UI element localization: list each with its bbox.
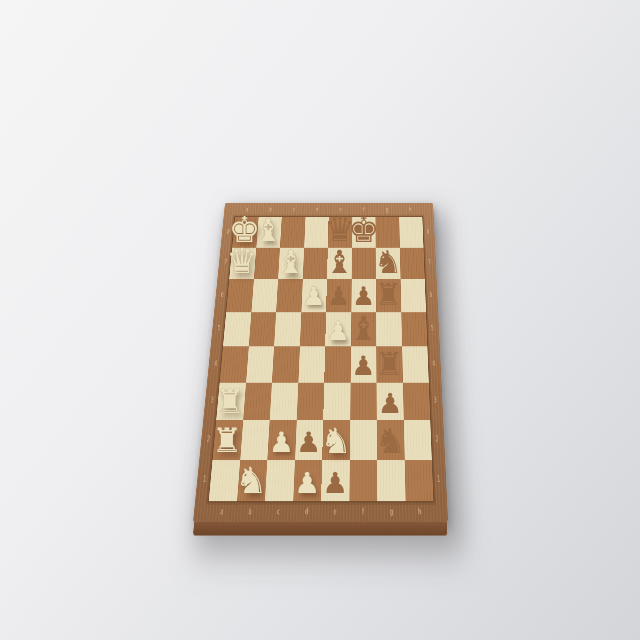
piece-bB-r2c5[interactable]: ♝ (325, 246, 354, 278)
board-side-edge (193, 522, 447, 536)
square-r5c8[interactable] (402, 346, 429, 382)
square-r5c1[interactable] (220, 346, 249, 382)
square-r3c1[interactable] (226, 279, 253, 312)
square-r8c7[interactable] (377, 460, 405, 502)
square-r7c6[interactable] (350, 420, 377, 460)
piece-bB-r4c6[interactable]: ♝ (348, 312, 378, 346)
studio-background: aabbccddeeffgghh8877665544332211 ♚♝♛♚♛♝♝… (0, 0, 640, 640)
piece-bP-r7c4[interactable]: ♟ (296, 429, 321, 457)
piece-bP-r5c6[interactable]: ♟ (351, 353, 375, 380)
piece-wR-r7c1[interactable]: ♜ (212, 424, 242, 458)
square-r6c4[interactable] (296, 382, 324, 420)
piece-wP-r3c4[interactable]: ♟ (302, 284, 325, 310)
piece-bR-r5c7[interactable]: ♜ (375, 349, 404, 381)
square-r2c8[interactable] (400, 247, 425, 279)
square-r3c2[interactable] (251, 279, 278, 312)
square-r4c3[interactable] (274, 312, 301, 346)
piece-wP-r8c4[interactable]: ♟ (294, 469, 320, 498)
piece-wB-r1c2[interactable]: ♝ (254, 215, 282, 247)
square-r8c3[interactable] (265, 460, 295, 502)
square-r5c3[interactable] (272, 346, 300, 382)
piece-bK-r1c6[interactable]: ♚ (348, 212, 380, 247)
square-r3c8[interactable] (400, 279, 426, 312)
square-r4c1[interactable] (223, 312, 251, 346)
piece-bP-r6c7[interactable]: ♟ (378, 390, 403, 418)
piece-wN-r8c2[interactable]: ♞ (235, 463, 267, 499)
square-r6c3[interactable] (270, 382, 298, 420)
piece-wP-r7c3[interactable]: ♟ (269, 429, 294, 457)
square-r5c2[interactable] (246, 346, 274, 382)
square-r6c6[interactable] (350, 382, 377, 420)
piece-wB-r2c3[interactable]: ♝ (276, 246, 305, 278)
piece-wR-r6c1[interactable]: ♜ (215, 385, 244, 418)
square-r5c5[interactable] (324, 346, 351, 382)
square-r4c8[interactable] (401, 312, 427, 346)
piece-wP-r4c5[interactable]: ♟ (326, 318, 350, 344)
square-r3c3[interactable] (276, 279, 302, 312)
square-r1c8[interactable] (399, 217, 424, 247)
square-r8c6[interactable] (349, 460, 377, 502)
piece-bN-r2c7[interactable]: ♞ (374, 247, 402, 279)
piece-wQ-r2c1[interactable]: ♛ (226, 244, 257, 279)
square-r8c8[interactable] (404, 460, 433, 502)
square-r7c2[interactable] (240, 420, 270, 460)
piece-bP-r8c5[interactable]: ♟ (322, 469, 348, 498)
square-r7c8[interactable] (404, 420, 432, 460)
square-r4c7[interactable] (376, 312, 402, 346)
square-r2c6[interactable] (351, 247, 375, 279)
square-r4c2[interactable] (249, 312, 277, 346)
piece-bP-r3c5[interactable]: ♟ (327, 284, 350, 310)
piece-bP-r3c6[interactable]: ♟ (352, 284, 375, 310)
square-r4c4[interactable] (300, 312, 326, 346)
square-r6c8[interactable] (403, 382, 431, 420)
square-r5c4[interactable] (298, 346, 325, 382)
square-r6c2[interactable] (243, 382, 272, 420)
square-r6c5[interactable] (323, 382, 350, 420)
piece-bN-r7c7[interactable]: ♞ (375, 423, 407, 458)
piece-wN-r7c5[interactable]: ♞ (320, 423, 352, 458)
piece-bR-r3c7[interactable]: ♜ (375, 280, 402, 311)
